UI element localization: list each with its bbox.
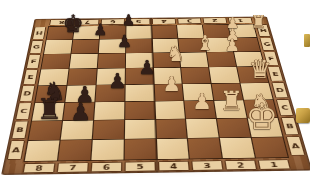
file-label-left-B: B xyxy=(11,120,29,138)
rank-label-bottom-5: 5 xyxy=(124,161,156,171)
file-label-left-A: A xyxy=(7,140,26,160)
square-a8[interactable] xyxy=(25,140,60,161)
file-label-right-G: G xyxy=(259,37,275,50)
rank-label-bottom-8: 8 xyxy=(23,162,56,172)
square-g8[interactable] xyxy=(44,39,72,53)
rank-label-bottom-3: 3 xyxy=(191,160,223,170)
square-a4[interactable] xyxy=(156,138,189,159)
square-c6[interactable] xyxy=(94,101,124,119)
rank-label-bottom-6: 6 xyxy=(91,161,123,171)
rank-label-top-3: 3 xyxy=(177,18,201,24)
rank-label-bottom-2: 2 xyxy=(224,159,257,169)
piece-black-pawn-c6[interactable]: ♟ xyxy=(108,71,126,92)
square-c4[interactable] xyxy=(155,100,185,118)
rank-label-bottom-1: 1 xyxy=(258,159,291,169)
piece-black-king-g8[interactable]: ♚ xyxy=(62,13,83,37)
square-e3[interactable] xyxy=(182,67,211,83)
square-b4[interactable] xyxy=(156,119,188,138)
piece-black-pawn-d5[interactable]: ♟ xyxy=(139,58,156,77)
file-label-left-H: H xyxy=(32,26,46,39)
square-b3[interactable] xyxy=(186,118,218,137)
square-b5[interactable] xyxy=(125,119,156,138)
file-label-left-E: E xyxy=(23,69,39,84)
square-a3[interactable] xyxy=(188,138,222,159)
chessboard-photo: 8877665544332211HHGGFFEEDDCCBBAA ♜♞♚♟♟♟♟… xyxy=(0,0,310,183)
piece-black-pawn-h6[interactable]: ♟ xyxy=(122,13,135,28)
brass-clasp xyxy=(296,108,310,123)
file-label-right-D: D xyxy=(271,82,288,98)
file-label-right-C: C xyxy=(276,99,294,116)
square-a6[interactable] xyxy=(91,139,123,160)
piece-white-king-a1[interactable]: ♚ xyxy=(246,99,278,135)
piece-black-pawn-f6[interactable]: ♟ xyxy=(117,33,132,50)
square-a5[interactable] xyxy=(124,138,156,159)
rank-label-top-4: 4 xyxy=(152,18,176,24)
piece-black-rook-a8[interactable]: ♜ xyxy=(37,95,63,124)
square-c5[interactable] xyxy=(125,101,155,119)
piece-white-pawn-f2[interactable]: ♟ xyxy=(225,37,240,54)
file-label-left-D: D xyxy=(19,85,35,101)
file-label-left-C: C xyxy=(15,102,32,119)
square-b6[interactable] xyxy=(93,119,124,138)
piece-white-queen-d1[interactable]: ♛ xyxy=(249,56,272,82)
square-a1[interactable] xyxy=(252,137,288,157)
rank-label-top-2: 2 xyxy=(203,17,228,23)
piece-white-bishop-f3[interactable]: ♝ xyxy=(196,33,214,53)
square-g7[interactable] xyxy=(71,39,98,53)
square-e2[interactable] xyxy=(209,67,239,83)
piece-white-knight-e4[interactable]: ♞ xyxy=(166,44,185,65)
square-a2[interactable] xyxy=(220,137,255,158)
square-f8[interactable] xyxy=(41,54,70,69)
square-f6[interactable] xyxy=(97,53,124,68)
square-a7[interactable] xyxy=(58,139,91,160)
piece-white-pawn-c4[interactable]: ♟ xyxy=(163,74,181,95)
square-d5[interactable] xyxy=(125,84,154,101)
piece-black-pawn-g7[interactable]: ♟ xyxy=(93,22,107,38)
rank-label-bottom-4: 4 xyxy=(158,160,190,170)
piece-white-rook-b2[interactable]: ♜ xyxy=(220,88,244,115)
file-label-left-F: F xyxy=(26,54,41,68)
piece-white-pawn-b3[interactable]: ♟ xyxy=(192,91,212,113)
square-f7[interactable] xyxy=(69,53,97,68)
brass-hinge xyxy=(304,34,310,47)
piece-black-pawn-a7[interactable]: ♟ xyxy=(70,101,91,125)
piece-white-rook-h1[interactable]: ♜ xyxy=(251,13,267,31)
square-h4[interactable] xyxy=(152,25,178,38)
rank-label-bottom-7: 7 xyxy=(57,162,89,172)
file-label-right-A: A xyxy=(286,136,306,155)
file-label-left-G: G xyxy=(29,40,44,53)
